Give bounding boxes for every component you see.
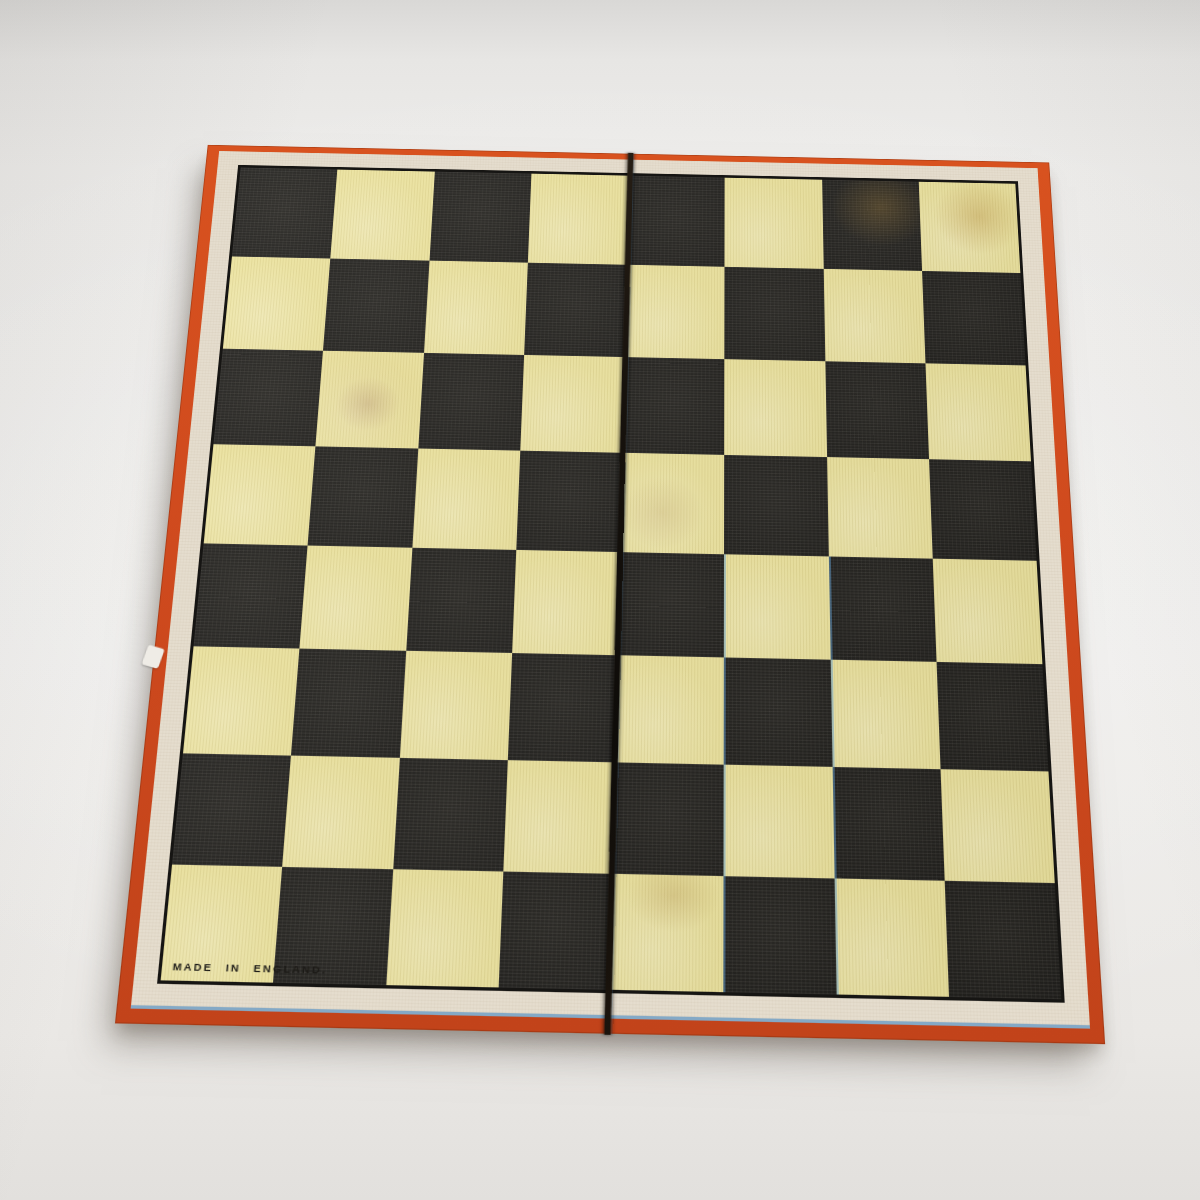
- square-r1c4-light: [528, 174, 628, 265]
- square-r2c2-dark: [323, 259, 429, 353]
- square-r3c7-dark: [825, 361, 929, 459]
- square-r3c3-dark: [418, 353, 524, 451]
- square-r7c7-dark: [832, 767, 944, 881]
- square-r4c1-light: [204, 444, 316, 545]
- square-r5c7-dark: [828, 556, 936, 661]
- square-r4c5-light: [620, 453, 724, 555]
- square-r2c5-light: [624, 265, 724, 359]
- square-r5c3-dark: [406, 548, 516, 653]
- board-red-edge: MADE IN ENGLAND.: [115, 145, 1105, 1044]
- square-r2c4-dark: [524, 263, 626, 357]
- square-r8c5-light: [611, 874, 724, 992]
- square-r7c6-light: [724, 765, 834, 879]
- square-r5c5-dark: [618, 552, 724, 657]
- square-r6c2-dark: [291, 649, 406, 758]
- square-r4c3-light: [412, 448, 520, 549]
- square-r6c1-light: [183, 646, 300, 755]
- square-r4c2-dark: [308, 446, 418, 547]
- square-r3c8-light: [925, 363, 1031, 461]
- folding-game-board: MADE IN ENGLAND.: [115, 145, 1105, 1044]
- square-r2c1-light: [223, 256, 331, 350]
- square-r6c3-light: [399, 651, 512, 760]
- worn-edge-chip: [141, 644, 164, 668]
- square-r3c2-light: [316, 351, 424, 449]
- square-r5c4-light: [512, 550, 620, 655]
- square-r8c4-dark: [498, 872, 613, 990]
- photo-background: MADE IN ENGLAND.: [0, 0, 1200, 1200]
- square-r1c3-dark: [429, 172, 531, 263]
- square-r1c1-dark: [232, 168, 338, 259]
- square-r2c8-dark: [922, 271, 1026, 366]
- square-r8c3-light: [386, 869, 503, 987]
- square-r1c5-dark: [626, 176, 725, 267]
- square-r5c2-light: [300, 546, 412, 651]
- square-r1c2-light: [330, 170, 434, 261]
- square-r6c8-dark: [936, 662, 1048, 772]
- square-r4c7-light: [827, 457, 933, 559]
- square-r7c2-light: [282, 756, 399, 870]
- square-r3c5-dark: [622, 357, 724, 455]
- square-r7c5-dark: [613, 762, 724, 876]
- square-r4c6-dark: [724, 455, 828, 557]
- square-r1c7-dark: [822, 180, 922, 271]
- square-r6c6-dark: [724, 657, 832, 766]
- square-r7c4-light: [503, 760, 616, 874]
- square-r7c1-dark: [172, 753, 291, 867]
- square-r2c7-light: [823, 269, 925, 363]
- square-r7c8-light: [940, 769, 1054, 883]
- square-r3c4-light: [520, 355, 624, 453]
- square-r8c6-dark: [724, 876, 837, 994]
- square-r8c8-dark: [944, 881, 1061, 999]
- square-r4c4-dark: [516, 451, 622, 552]
- square-r3c1-dark: [213, 349, 323, 447]
- square-r6c7-light: [830, 660, 940, 770]
- square-r6c5-light: [616, 655, 724, 764]
- square-r3c6-light: [724, 359, 826, 457]
- square-r5c1-dark: [194, 543, 308, 648]
- square-r7c3-dark: [393, 758, 508, 872]
- square-r5c8-light: [932, 559, 1042, 664]
- square-r1c8-light: [918, 182, 1020, 273]
- square-r8c7-light: [834, 878, 949, 996]
- square-r2c3-light: [424, 261, 528, 355]
- square-r1c6-light: [725, 178, 824, 269]
- square-r5c6-light: [724, 554, 830, 659]
- square-r6c4-dark: [508, 653, 618, 762]
- square-r2c6-dark: [725, 267, 825, 361]
- square-r4c8-dark: [929, 459, 1037, 561]
